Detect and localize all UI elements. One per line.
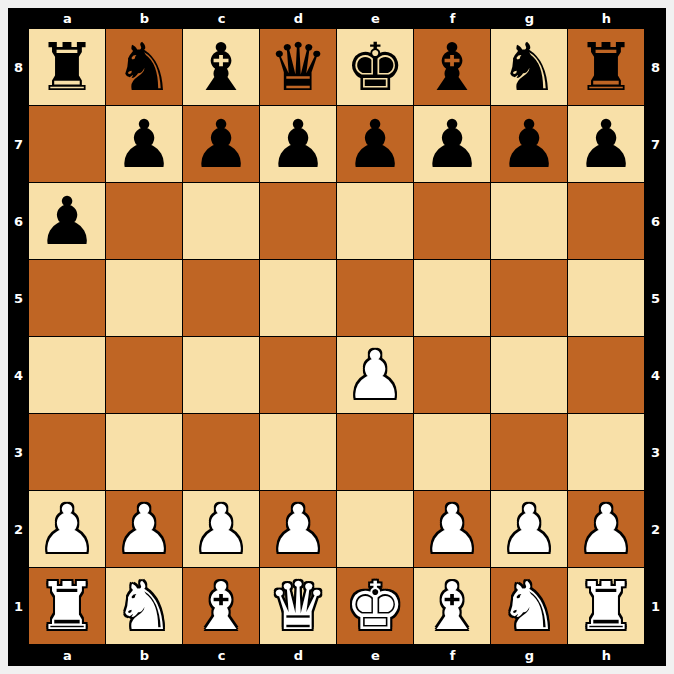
file-labels-top: abcdefgh — [29, 8, 645, 29]
piece-white-knight[interactable]: ♞ — [499, 568, 558, 645]
square-h8[interactable]: ♜ — [568, 29, 645, 106]
piece-white-bishop[interactable]: ♝ — [422, 568, 481, 645]
square-a1[interactable]: ♜ — [29, 568, 106, 645]
square-f1[interactable]: ♝ — [414, 568, 491, 645]
square-d7[interactable]: ♟ — [260, 106, 337, 183]
board-frame: abcdefgh 87654321 ♜♞♝♛♚♝♞♜♟♟♟♟♟♟♟♟♟♟♟♟♟♟… — [8, 8, 666, 666]
square-f5[interactable] — [414, 260, 491, 337]
square-b4[interactable] — [106, 337, 183, 414]
file-label-h: h — [568, 645, 645, 666]
square-d4[interactable] — [260, 337, 337, 414]
piece-black-king[interactable]: ♚ — [345, 29, 404, 106]
square-a6[interactable]: ♟ — [29, 183, 106, 260]
square-b7[interactable]: ♟ — [106, 106, 183, 183]
square-f6[interactable] — [414, 183, 491, 260]
square-h6[interactable] — [568, 183, 645, 260]
rank-label-3: 3 — [645, 414, 666, 491]
piece-white-pawn[interactable]: ♟ — [576, 491, 635, 568]
piece-black-knight[interactable]: ♞ — [499, 29, 558, 106]
square-g8[interactable]: ♞ — [491, 29, 568, 106]
rank-label-3: 3 — [8, 414, 29, 491]
square-h4[interactable] — [568, 337, 645, 414]
piece-white-pawn[interactable]: ♟ — [37, 491, 96, 568]
rank-label-2: 2 — [645, 491, 666, 568]
file-label-h: h — [568, 8, 645, 29]
piece-white-king[interactable]: ♚ — [345, 568, 404, 645]
square-a7[interactable] — [29, 106, 106, 183]
piece-black-pawn[interactable]: ♟ — [576, 106, 635, 183]
piece-white-pawn[interactable]: ♟ — [268, 491, 327, 568]
square-f4[interactable] — [414, 337, 491, 414]
square-c7[interactable]: ♟ — [183, 106, 260, 183]
file-labels-bottom: abcdefgh — [29, 645, 645, 666]
piece-black-rook[interactable]: ♜ — [37, 29, 96, 106]
square-g7[interactable]: ♟ — [491, 106, 568, 183]
piece-white-pawn[interactable]: ♟ — [499, 491, 558, 568]
square-d2[interactable]: ♟ — [260, 491, 337, 568]
file-label-b: b — [106, 8, 183, 29]
rank-label-8: 8 — [8, 29, 29, 106]
square-a3[interactable] — [29, 414, 106, 491]
square-d6[interactable] — [260, 183, 337, 260]
file-label-c: c — [183, 645, 260, 666]
square-e6[interactable] — [337, 183, 414, 260]
square-e5[interactable] — [337, 260, 414, 337]
file-label-a: a — [29, 8, 106, 29]
rank-label-5: 5 — [8, 260, 29, 337]
square-g1[interactable]: ♞ — [491, 568, 568, 645]
file-label-d: d — [260, 8, 337, 29]
square-d8[interactable]: ♛ — [260, 29, 337, 106]
square-e8[interactable]: ♚ — [337, 29, 414, 106]
piece-black-queen[interactable]: ♛ — [268, 29, 327, 106]
rank-label-5: 5 — [645, 260, 666, 337]
file-label-e: e — [337, 645, 414, 666]
square-f8[interactable]: ♝ — [414, 29, 491, 106]
square-c1[interactable]: ♝ — [183, 568, 260, 645]
rank-label-1: 1 — [645, 568, 666, 645]
piece-white-rook[interactable]: ♜ — [37, 568, 96, 645]
rank-label-7: 7 — [645, 106, 666, 183]
square-a2[interactable]: ♟ — [29, 491, 106, 568]
piece-white-knight[interactable]: ♞ — [114, 568, 173, 645]
square-e1[interactable]: ♚ — [337, 568, 414, 645]
piece-white-pawn[interactable]: ♟ — [191, 491, 250, 568]
square-f3[interactable] — [414, 414, 491, 491]
piece-white-bishop[interactable]: ♝ — [191, 568, 250, 645]
file-label-e: e — [337, 8, 414, 29]
square-h1[interactable]: ♜ — [568, 568, 645, 645]
piece-black-pawn[interactable]: ♟ — [345, 106, 404, 183]
square-e4[interactable]: ♟ — [337, 337, 414, 414]
square-b3[interactable] — [106, 414, 183, 491]
square-c8[interactable]: ♝ — [183, 29, 260, 106]
square-g5[interactable] — [491, 260, 568, 337]
piece-black-pawn[interactable]: ♟ — [499, 106, 558, 183]
piece-black-bishop[interactable]: ♝ — [191, 29, 250, 106]
piece-black-pawn[interactable]: ♟ — [114, 106, 173, 183]
square-e2[interactable] — [337, 491, 414, 568]
rank-label-4: 4 — [645, 337, 666, 414]
file-label-f: f — [414, 8, 491, 29]
square-b6[interactable] — [106, 183, 183, 260]
piece-black-pawn[interactable]: ♟ — [37, 183, 96, 260]
rank-label-1: 1 — [8, 568, 29, 645]
square-a4[interactable] — [29, 337, 106, 414]
square-g3[interactable] — [491, 414, 568, 491]
rank-label-7: 7 — [8, 106, 29, 183]
file-label-c: c — [183, 8, 260, 29]
file-label-f: f — [414, 645, 491, 666]
piece-black-pawn[interactable]: ♟ — [191, 106, 250, 183]
file-label-d: d — [260, 645, 337, 666]
board: ♜♞♝♛♚♝♞♜♟♟♟♟♟♟♟♟♟♟♟♟♟♟♟♟♜♞♝♛♚♝♞♜ — [29, 29, 645, 645]
square-b5[interactable] — [106, 260, 183, 337]
rank-label-2: 2 — [8, 491, 29, 568]
square-h5[interactable] — [568, 260, 645, 337]
rank-labels-right: 87654321 — [645, 29, 666, 645]
square-e7[interactable]: ♟ — [337, 106, 414, 183]
square-c6[interactable] — [183, 183, 260, 260]
square-b1[interactable]: ♞ — [106, 568, 183, 645]
square-c3[interactable] — [183, 414, 260, 491]
square-c2[interactable]: ♟ — [183, 491, 260, 568]
square-f7[interactable]: ♟ — [414, 106, 491, 183]
square-g6[interactable] — [491, 183, 568, 260]
square-c4[interactable] — [183, 337, 260, 414]
square-h7[interactable]: ♟ — [568, 106, 645, 183]
file-label-g: g — [491, 8, 568, 29]
square-b8[interactable]: ♞ — [106, 29, 183, 106]
file-label-a: a — [29, 645, 106, 666]
square-g2[interactable]: ♟ — [491, 491, 568, 568]
file-label-b: b — [106, 645, 183, 666]
piece-white-rook[interactable]: ♜ — [576, 568, 635, 645]
piece-white-pawn[interactable]: ♟ — [114, 491, 173, 568]
piece-black-rook[interactable]: ♜ — [576, 29, 635, 106]
piece-black-pawn[interactable]: ♟ — [422, 106, 481, 183]
square-d3[interactable] — [260, 414, 337, 491]
piece-black-bishop[interactable]: ♝ — [422, 29, 481, 106]
piece-black-knight[interactable]: ♞ — [114, 29, 173, 106]
chessboard-page: abcdefgh 87654321 ♜♞♝♛♚♝♞♜♟♟♟♟♟♟♟♟♟♟♟♟♟♟… — [0, 0, 674, 674]
rank-label-6: 6 — [8, 183, 29, 260]
square-b2[interactable]: ♟ — [106, 491, 183, 568]
piece-black-pawn[interactable]: ♟ — [268, 106, 327, 183]
piece-white-pawn[interactable]: ♟ — [345, 337, 404, 414]
square-d1[interactable]: ♛ — [260, 568, 337, 645]
square-h2[interactable]: ♟ — [568, 491, 645, 568]
square-f2[interactable]: ♟ — [414, 491, 491, 568]
square-d5[interactable] — [260, 260, 337, 337]
square-a8[interactable]: ♜ — [29, 29, 106, 106]
rank-label-6: 6 — [645, 183, 666, 260]
square-h3[interactable] — [568, 414, 645, 491]
square-a5[interactable] — [29, 260, 106, 337]
rank-labels-left: 87654321 — [8, 29, 29, 645]
piece-white-pawn[interactable]: ♟ — [422, 491, 481, 568]
square-c5[interactable] — [183, 260, 260, 337]
rank-label-4: 4 — [8, 337, 29, 414]
rank-label-8: 8 — [645, 29, 666, 106]
square-g4[interactable] — [491, 337, 568, 414]
square-e3[interactable] — [337, 414, 414, 491]
file-label-g: g — [491, 645, 568, 666]
piece-white-queen[interactable]: ♛ — [268, 568, 327, 645]
